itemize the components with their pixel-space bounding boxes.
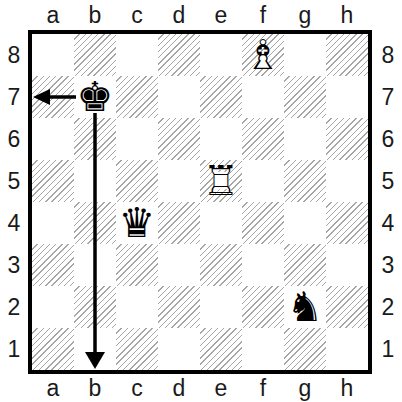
square-e5[interactable]: ♜♖ bbox=[200, 160, 242, 202]
square-e6[interactable] bbox=[200, 118, 242, 160]
rank-label-left-4: 4 bbox=[0, 202, 28, 244]
rank-label-right-5: 5 bbox=[374, 160, 402, 202]
file-label-bottom-h: h bbox=[326, 375, 368, 402]
square-h4[interactable] bbox=[326, 202, 368, 244]
square-b5[interactable] bbox=[74, 160, 116, 202]
square-b1[interactable] bbox=[74, 328, 116, 370]
square-f3[interactable] bbox=[242, 244, 284, 286]
rank-labels-right: 87654321 bbox=[374, 34, 402, 370]
square-a1[interactable] bbox=[32, 328, 74, 370]
square-b6[interactable] bbox=[74, 118, 116, 160]
square-g5[interactable] bbox=[284, 160, 326, 202]
rank-label-left-8: 8 bbox=[0, 34, 28, 76]
rank-label-left-2: 2 bbox=[0, 286, 28, 328]
rank-label-left-6: 6 bbox=[0, 118, 28, 160]
square-a2[interactable] bbox=[32, 286, 74, 328]
square-g2[interactable]: ♞ bbox=[284, 286, 326, 328]
square-c2[interactable] bbox=[116, 286, 158, 328]
square-e8[interactable] bbox=[200, 34, 242, 76]
file-label-bottom-d: d bbox=[158, 375, 200, 402]
black-knight-g2[interactable]: ♞ bbox=[284, 286, 326, 328]
file-label-top-g: g bbox=[284, 2, 326, 29]
rank-label-left-3: 3 bbox=[0, 244, 28, 286]
bishop-glyph: ♗ bbox=[242, 34, 284, 76]
rank-label-right-8: 8 bbox=[374, 34, 402, 76]
square-c4[interactable]: ♛ bbox=[116, 202, 158, 244]
file-label-top-c: c bbox=[116, 2, 158, 29]
square-g3[interactable] bbox=[284, 244, 326, 286]
black-queen-c4[interactable]: ♛ bbox=[116, 202, 158, 244]
square-d3[interactable] bbox=[158, 244, 200, 286]
square-g8[interactable] bbox=[284, 34, 326, 76]
square-h8[interactable] bbox=[326, 34, 368, 76]
square-a3[interactable] bbox=[32, 244, 74, 286]
square-d5[interactable] bbox=[158, 160, 200, 202]
rank-label-right-6: 6 bbox=[374, 118, 402, 160]
rank-label-right-4: 4 bbox=[374, 202, 402, 244]
square-h5[interactable] bbox=[326, 160, 368, 202]
square-c6[interactable] bbox=[116, 118, 158, 160]
file-label-bottom-c: c bbox=[116, 375, 158, 402]
square-h7[interactable] bbox=[326, 76, 368, 118]
square-e1[interactable] bbox=[200, 328, 242, 370]
file-label-top-d: d bbox=[158, 2, 200, 29]
square-d4[interactable] bbox=[158, 202, 200, 244]
square-g7[interactable] bbox=[284, 76, 326, 118]
rank-label-left-5: 5 bbox=[0, 160, 28, 202]
rook-glyph: ♖ bbox=[200, 160, 242, 202]
square-f5[interactable] bbox=[242, 160, 284, 202]
chess-board: ♝♗♚♜♖♛♞ bbox=[28, 30, 372, 374]
square-f1[interactable] bbox=[242, 328, 284, 370]
file-label-bottom-a: a bbox=[32, 375, 74, 402]
square-a4[interactable] bbox=[32, 202, 74, 244]
square-e7[interactable] bbox=[200, 76, 242, 118]
square-b3[interactable] bbox=[74, 244, 116, 286]
square-c7[interactable] bbox=[116, 76, 158, 118]
square-a6[interactable] bbox=[32, 118, 74, 160]
black-king-b7[interactable]: ♚ bbox=[74, 76, 116, 118]
file-label-top-a: a bbox=[32, 2, 74, 29]
square-g1[interactable] bbox=[284, 328, 326, 370]
square-f6[interactable] bbox=[242, 118, 284, 160]
rank-label-right-3: 3 bbox=[374, 244, 402, 286]
square-c8[interactable] bbox=[116, 34, 158, 76]
square-f8[interactable]: ♝♗ bbox=[242, 34, 284, 76]
square-e2[interactable] bbox=[200, 286, 242, 328]
file-label-bottom-b: b bbox=[74, 375, 116, 402]
rank-labels-left: 87654321 bbox=[0, 34, 28, 370]
square-e3[interactable] bbox=[200, 244, 242, 286]
square-f4[interactable] bbox=[242, 202, 284, 244]
square-a7[interactable] bbox=[32, 76, 74, 118]
square-d7[interactable] bbox=[158, 76, 200, 118]
square-c5[interactable] bbox=[116, 160, 158, 202]
square-h6[interactable] bbox=[326, 118, 368, 160]
white-bishop-f8[interactable]: ♝♗ bbox=[242, 34, 284, 76]
square-h2[interactable] bbox=[326, 286, 368, 328]
square-h3[interactable] bbox=[326, 244, 368, 286]
square-b2[interactable] bbox=[74, 286, 116, 328]
rank-label-right-2: 2 bbox=[374, 286, 402, 328]
file-labels-bottom: abcdefgh bbox=[32, 374, 368, 402]
square-d8[interactable] bbox=[158, 34, 200, 76]
file-labels-top: abcdefgh bbox=[32, 1, 368, 29]
square-e4[interactable] bbox=[200, 202, 242, 244]
square-h1[interactable] bbox=[326, 328, 368, 370]
square-b7[interactable]: ♚ bbox=[74, 76, 116, 118]
square-g4[interactable] bbox=[284, 202, 326, 244]
file-label-top-e: e bbox=[200, 2, 242, 29]
file-label-top-f: f bbox=[242, 2, 284, 29]
white-rook-e5[interactable]: ♜♖ bbox=[200, 160, 242, 202]
rank-label-left-7: 7 bbox=[0, 76, 28, 118]
chess-diagram: abcdefgh 87654321 87654321 abcdefgh ♝♗♚♜… bbox=[0, 0, 402, 402]
square-a5[interactable] bbox=[32, 160, 74, 202]
rank-label-left-1: 1 bbox=[0, 328, 28, 370]
square-f2[interactable] bbox=[242, 286, 284, 328]
square-c1[interactable] bbox=[116, 328, 158, 370]
square-d6[interactable] bbox=[158, 118, 200, 160]
square-f7[interactable] bbox=[242, 76, 284, 118]
square-g6[interactable] bbox=[284, 118, 326, 160]
square-d2[interactable] bbox=[158, 286, 200, 328]
square-b4[interactable] bbox=[74, 202, 116, 244]
square-c3[interactable] bbox=[116, 244, 158, 286]
file-label-top-h: h bbox=[326, 2, 368, 29]
file-label-bottom-g: g bbox=[284, 375, 326, 402]
file-label-bottom-e: e bbox=[200, 375, 242, 402]
rank-label-right-1: 1 bbox=[374, 328, 402, 370]
file-label-top-b: b bbox=[74, 2, 116, 29]
file-label-bottom-f: f bbox=[242, 375, 284, 402]
square-d1[interactable] bbox=[158, 328, 200, 370]
rank-label-right-7: 7 bbox=[374, 76, 402, 118]
square-a8[interactable] bbox=[32, 34, 74, 76]
square-b8[interactable] bbox=[74, 34, 116, 76]
